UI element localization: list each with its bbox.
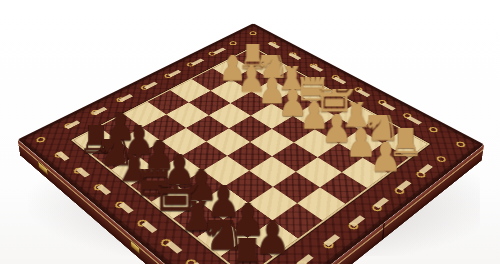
- brass-clasp: [38, 161, 48, 176]
- box-fold-joint: [382, 223, 385, 241]
- piece-black-rook-h8: ♜: [225, 217, 269, 264]
- chess-board: ♜♞♝♛♚♝♞♜♟♟♟♟♟♟♟♟♟♟♟♟♟♟♟♟♜♞♝♛♚♝♞♜: [18, 23, 485, 264]
- piece-stand: ♜: [228, 238, 265, 264]
- scene: ♜♞♝♛♚♝♞♜♟♟♟♟♟♟♟♟♟♟♟♟♟♟♟♟♜♞♝♛♚♝♞♜: [0, 0, 500, 264]
- product-photo: ♜♞♝♛♚♝♞♜♟♟♟♟♟♟♟♟♟♟♟♟♟♟♟♟♜♞♝♛♚♝♞♜: [0, 0, 500, 264]
